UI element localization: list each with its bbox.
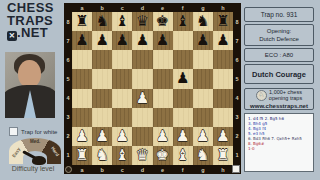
file-label-d: d bbox=[132, 165, 152, 174]
promo-text: 1,000+ chess opening traps bbox=[269, 89, 302, 102]
promo-row: ♘ 1,000+ chess opening traps bbox=[245, 89, 313, 102]
black-pawn: ♟ bbox=[116, 33, 129, 48]
rank-label-2: 2 bbox=[233, 127, 241, 146]
file-label-e: e bbox=[153, 3, 173, 12]
square-g6[interactable] bbox=[193, 50, 213, 69]
file-label-g: g bbox=[193, 3, 213, 12]
square-b1[interactable]: ♞ bbox=[92, 146, 112, 165]
black-pawn: ♟ bbox=[95, 33, 108, 48]
square-c6[interactable] bbox=[112, 50, 132, 69]
file-label-b: b bbox=[92, 165, 112, 174]
promo-line2: opening traps bbox=[269, 95, 302, 102]
black-pawn: ♟ bbox=[216, 33, 229, 48]
square-g3[interactable] bbox=[193, 108, 213, 127]
square-d3[interactable] bbox=[132, 108, 152, 127]
file-label-e: e bbox=[153, 165, 173, 174]
chess-board-frame: abcdefgh abcdefgh 87654321 87654321 ♜♞♝♛… bbox=[64, 3, 241, 174]
rank-label-4: 4 bbox=[233, 89, 241, 108]
square-g7[interactable]: ♟ bbox=[193, 31, 213, 50]
square-f6[interactable] bbox=[173, 50, 193, 69]
square-h6[interactable] bbox=[213, 50, 233, 69]
square-h4[interactable] bbox=[213, 89, 233, 108]
opening-name: Dutch Defence bbox=[245, 35, 313, 43]
chess-board: ♜♞♝♛♚♝♞♜♟♟♟♟♟♟♟♟♟♟♟♟♟♟♟♟♜♞♝♛♚♝♞♜ bbox=[72, 12, 233, 165]
square-h1[interactable]: ♜ bbox=[213, 146, 233, 165]
rank-label-8: 8 bbox=[233, 12, 241, 31]
presenter-photo bbox=[5, 52, 55, 118]
trap-for-white-label: Trap for white bbox=[21, 129, 57, 135]
white-queen: ♛ bbox=[136, 148, 149, 163]
file-labels-top: abcdefgh bbox=[72, 3, 233, 12]
trap-name-box: Dutch Courage bbox=[244, 64, 314, 84]
square-h8[interactable]: ♜ bbox=[213, 12, 233, 31]
square-h2[interactable]: ♟ bbox=[213, 127, 233, 146]
eco-box: ECO : A80 bbox=[244, 48, 314, 62]
rank-label-2: 2 bbox=[64, 127, 72, 146]
rank-label-3: 3 bbox=[64, 108, 72, 127]
rank-labels-right: 87654321 bbox=[233, 12, 241, 165]
chesstraps-promo-icon: ♘ bbox=[256, 90, 267, 101]
rank-label-7: 7 bbox=[64, 31, 72, 50]
white-pawn: ♟ bbox=[196, 129, 209, 144]
trap-for-white-checkbox[interactable] bbox=[9, 127, 18, 136]
square-a6[interactable] bbox=[72, 50, 92, 69]
rank-label-6: 6 bbox=[233, 50, 241, 69]
rank-label-1: 1 bbox=[233, 146, 241, 165]
move-list-panel[interactable]: 1. d4 f5 2. Bg5 h63. Bh4 g54. Bg3 f45. e… bbox=[244, 113, 314, 172]
square-e8[interactable]: ♚ bbox=[153, 12, 173, 31]
promo-box: ♘ 1,000+ chess opening traps www.chesstr… bbox=[244, 88, 314, 110]
black-rook: ♜ bbox=[75, 14, 88, 29]
file-label-f: f bbox=[173, 3, 193, 12]
white-to-move-indicator bbox=[232, 165, 240, 173]
square-f7[interactable] bbox=[173, 31, 193, 50]
file-label-c: c bbox=[112, 165, 132, 174]
square-f4[interactable] bbox=[173, 89, 193, 108]
white-rook: ♜ bbox=[216, 148, 229, 163]
square-c7[interactable]: ♟ bbox=[112, 31, 132, 50]
square-d2[interactable] bbox=[132, 127, 152, 146]
square-d8[interactable]: ♛ bbox=[132, 12, 152, 31]
square-e5[interactable] bbox=[153, 69, 173, 88]
black-knight: ♞ bbox=[196, 14, 209, 29]
eco-code: ECO : A80 bbox=[245, 52, 313, 58]
square-a5[interactable] bbox=[72, 69, 92, 88]
white-knight: ♞ bbox=[196, 148, 209, 163]
square-g1[interactable]: ♞ bbox=[193, 146, 213, 165]
square-a3[interactable] bbox=[72, 108, 92, 127]
black-pawn: ♟ bbox=[196, 33, 209, 48]
trap-name: Dutch Courage bbox=[245, 70, 313, 79]
square-g8[interactable]: ♞ bbox=[193, 12, 213, 31]
black-pawn: ♟ bbox=[176, 71, 189, 86]
rank-label-8: 8 bbox=[64, 12, 72, 31]
file-label-d: d bbox=[132, 3, 152, 12]
square-d6[interactable] bbox=[132, 50, 152, 69]
black-rook: ♜ bbox=[216, 14, 229, 29]
white-pawn: ♟ bbox=[176, 129, 189, 144]
square-a2[interactable]: ♟ bbox=[72, 127, 92, 146]
x-box-icon: ✕ bbox=[7, 31, 17, 41]
square-h3[interactable] bbox=[213, 108, 233, 127]
square-c4[interactable] bbox=[112, 89, 132, 108]
square-c1[interactable]: ♝ bbox=[112, 146, 132, 165]
square-d7[interactable]: ♟ bbox=[132, 31, 152, 50]
square-e7[interactable]: ♟ bbox=[153, 31, 173, 50]
rank-label-7: 7 bbox=[233, 31, 241, 50]
square-e4[interactable] bbox=[153, 89, 173, 108]
square-g5[interactable] bbox=[193, 69, 213, 88]
black-bishop: ♝ bbox=[176, 14, 189, 29]
square-a8[interactable]: ♜ bbox=[72, 12, 92, 31]
file-label-g: g bbox=[193, 165, 213, 174]
square-c3[interactable] bbox=[112, 108, 132, 127]
file-label-a: a bbox=[72, 3, 92, 12]
file-label-h: h bbox=[213, 165, 233, 174]
rank-label-3: 3 bbox=[233, 108, 241, 127]
white-bishop: ♝ bbox=[116, 148, 129, 163]
opening-label: Opening: bbox=[245, 27, 313, 35]
square-f3[interactable] bbox=[173, 108, 193, 127]
square-b5[interactable] bbox=[92, 69, 112, 88]
square-g4[interactable] bbox=[193, 89, 213, 108]
trap-number: Trap no. 931 bbox=[245, 11, 313, 18]
website-url[interactable]: www.chesstraps.net bbox=[245, 103, 313, 110]
rank-label-6: 6 bbox=[64, 50, 72, 69]
black-pawn: ♟ bbox=[75, 33, 88, 48]
white-pawn: ♟ bbox=[75, 129, 88, 144]
square-b2[interactable]: ♟ bbox=[92, 127, 112, 146]
square-a1[interactable]: ♜ bbox=[72, 146, 92, 165]
board-corner-icon[interactable] bbox=[65, 166, 72, 173]
move-line: 1-0 bbox=[248, 146, 313, 151]
white-pawn: ♟ bbox=[216, 129, 229, 144]
square-b6[interactable] bbox=[92, 50, 112, 69]
square-h7[interactable]: ♟ bbox=[213, 31, 233, 50]
white-rook: ♜ bbox=[75, 148, 88, 163]
logo-suffix: .NET bbox=[17, 25, 48, 40]
white-pawn: ♟ bbox=[136, 91, 149, 106]
black-king: ♚ bbox=[156, 14, 169, 29]
white-pawn: ♟ bbox=[95, 129, 108, 144]
square-b3[interactable] bbox=[92, 108, 112, 127]
black-knight: ♞ bbox=[95, 14, 108, 29]
difficulty-med-label: Med. bbox=[30, 139, 40, 144]
square-f8[interactable]: ♝ bbox=[173, 12, 193, 31]
file-label-f: f bbox=[173, 165, 193, 174]
file-label-c: c bbox=[112, 3, 132, 12]
rank-label-5: 5 bbox=[64, 69, 72, 88]
file-label-b: b bbox=[92, 3, 112, 12]
white-bishop: ♝ bbox=[176, 148, 189, 163]
white-pawn: ♟ bbox=[116, 129, 129, 144]
black-queen: ♛ bbox=[136, 14, 149, 29]
chesstraps-screen: CHESS TRAPS ✕.NET Trap for white Easy Me… bbox=[0, 0, 320, 180]
square-c5[interactable] bbox=[112, 69, 132, 88]
file-labels-bottom: abcdefgh bbox=[72, 165, 233, 174]
square-f5[interactable]: ♟ bbox=[173, 69, 193, 88]
square-b7[interactable]: ♟ bbox=[92, 31, 112, 50]
square-b4[interactable] bbox=[92, 89, 112, 108]
square-b8[interactable]: ♞ bbox=[92, 12, 112, 31]
square-d4[interactable]: ♟ bbox=[132, 89, 152, 108]
square-e6[interactable] bbox=[153, 50, 173, 69]
white-knight: ♞ bbox=[95, 148, 108, 163]
opening-box: Opening: Dutch Defence bbox=[244, 24, 314, 46]
square-h5[interactable] bbox=[213, 69, 233, 88]
square-e1[interactable]: ♚ bbox=[153, 146, 173, 165]
black-bishop: ♝ bbox=[116, 14, 129, 29]
difficulty-needle-hub bbox=[32, 156, 46, 165]
file-label-a: a bbox=[72, 165, 92, 174]
logo-line3: ✕.NET bbox=[7, 27, 54, 41]
white-pawn: ♟ bbox=[156, 129, 169, 144]
presenter-face bbox=[18, 60, 41, 88]
square-e2[interactable]: ♟ bbox=[153, 127, 173, 146]
rank-label-1: 1 bbox=[64, 146, 72, 165]
square-a4[interactable] bbox=[72, 89, 92, 108]
black-pawn: ♟ bbox=[136, 33, 149, 48]
square-c8[interactable]: ♝ bbox=[112, 12, 132, 31]
square-f2[interactable]: ♟ bbox=[173, 127, 193, 146]
square-d5[interactable] bbox=[132, 69, 152, 88]
rank-labels-left: 87654321 bbox=[64, 12, 72, 165]
difficulty-gauge: Easy Med. Hard bbox=[9, 138, 61, 164]
white-king: ♚ bbox=[156, 148, 169, 163]
square-c2[interactable]: ♟ bbox=[112, 127, 132, 146]
square-g2[interactable]: ♟ bbox=[193, 127, 213, 146]
difficulty-label: Difficulty level bbox=[0, 165, 66, 172]
trap-for-white-row: Trap for white bbox=[9, 127, 57, 136]
file-label-h: h bbox=[213, 3, 233, 12]
rank-label-5: 5 bbox=[233, 69, 241, 88]
rank-label-4: 4 bbox=[64, 89, 72, 108]
square-f1[interactable]: ♝ bbox=[173, 146, 193, 165]
site-logo: CHESS TRAPS ✕.NET bbox=[7, 2, 54, 41]
square-e3[interactable] bbox=[153, 108, 173, 127]
square-a7[interactable]: ♟ bbox=[72, 31, 92, 50]
trap-number-box: Trap no. 931 bbox=[244, 7, 314, 22]
square-d1[interactable]: ♛ bbox=[132, 146, 152, 165]
black-pawn: ♟ bbox=[156, 33, 169, 48]
